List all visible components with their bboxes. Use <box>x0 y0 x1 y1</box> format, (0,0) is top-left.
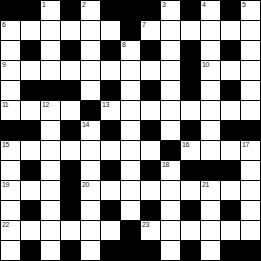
black-cell-r0c7 <box>141 1 160 20</box>
white-cell-r9c12[interactable] <box>241 181 260 200</box>
white-cell-r1c11[interactable] <box>221 21 240 40</box>
black-cell-r2c1 <box>21 41 40 60</box>
white-cell-r3c12[interactable] <box>241 61 260 80</box>
white-cell-r9c9[interactable] <box>181 181 200 200</box>
white-cell-r0c8[interactable]: 3 <box>161 1 180 20</box>
white-cell-r5c11[interactable] <box>221 101 240 120</box>
white-cell-r5c2[interactable]: 12 <box>41 101 60 120</box>
white-cell-r10c4[interactable] <box>81 201 100 220</box>
white-cell-r3c3[interactable] <box>61 61 80 80</box>
clue-number-15: 15 <box>2 141 9 149</box>
white-cell-r7c12[interactable]: 17 <box>241 141 260 160</box>
clue-number-13: 13 <box>102 101 109 109</box>
clue-number-9: 9 <box>2 61 5 69</box>
black-cell-r10c5 <box>101 201 120 220</box>
white-cell-r7c2[interactable] <box>41 141 60 160</box>
white-cell-r3c0[interactable]: 9 <box>1 61 20 80</box>
black-cell-r12c9 <box>181 241 200 260</box>
white-cell-r8c6[interactable] <box>121 161 140 180</box>
black-cell-r6c11 <box>221 121 240 140</box>
black-cell-r12c5 <box>101 241 120 260</box>
white-cell-r7c0[interactable]: 15 <box>1 141 20 160</box>
white-cell-r8c12[interactable] <box>241 161 260 180</box>
white-cell-r6c4[interactable]: 14 <box>81 121 100 140</box>
black-cell-r0c11 <box>221 1 240 20</box>
white-cell-r9c8[interactable] <box>161 181 180 200</box>
white-cell-r4c4[interactable] <box>81 81 100 100</box>
black-cell-r0c1 <box>21 1 40 20</box>
white-cell-r6c6[interactable] <box>121 121 140 140</box>
black-cell-r12c7 <box>141 241 160 260</box>
white-cell-r5c6[interactable] <box>121 101 140 120</box>
white-cell-r12c2[interactable] <box>41 241 60 260</box>
black-cell-r4c11 <box>221 81 240 100</box>
black-cell-r2c9 <box>181 41 200 60</box>
clue-number-3: 3 <box>162 1 165 9</box>
black-cell-r0c5 <box>101 1 120 20</box>
black-cell-r12c6 <box>121 241 140 260</box>
white-cell-r11c4[interactable] <box>81 221 100 240</box>
white-cell-r1c7[interactable]: 7 <box>141 21 160 40</box>
white-cell-r4c6[interactable] <box>121 81 140 100</box>
white-cell-r11c11[interactable] <box>221 221 240 240</box>
clue-number-23: 23 <box>142 221 149 229</box>
white-cell-r4c0[interactable] <box>1 81 20 100</box>
black-cell-r4c7 <box>141 81 160 100</box>
white-cell-r2c8[interactable] <box>161 41 180 60</box>
white-cell-r0c2[interactable]: 1 <box>41 1 60 20</box>
white-cell-r10c2[interactable] <box>41 201 60 220</box>
black-cell-r12c1 <box>21 241 40 260</box>
white-cell-r5c1[interactable] <box>21 101 40 120</box>
white-cell-r11c5[interactable] <box>101 221 120 240</box>
white-cell-r7c6[interactable] <box>121 141 140 160</box>
clue-number-5: 5 <box>242 1 245 9</box>
black-cell-r6c7 <box>141 121 160 140</box>
white-cell-r11c1[interactable] <box>21 221 40 240</box>
black-cell-r3c9 <box>181 61 200 80</box>
black-cell-r8c1 <box>21 161 40 180</box>
white-cell-r5c8[interactable] <box>161 101 180 120</box>
white-cell-r3c10[interactable]: 10 <box>201 61 220 80</box>
white-cell-r9c4[interactable]: 20 <box>81 181 100 200</box>
clue-number-11: 11 <box>2 101 8 109</box>
white-cell-r9c10[interactable]: 21 <box>201 181 220 200</box>
white-cell-r3c5[interactable] <box>101 61 120 80</box>
white-cell-r11c3[interactable] <box>61 221 80 240</box>
black-cell-r4c9 <box>181 81 200 100</box>
black-cell-r4c2 <box>41 81 60 100</box>
white-cell-r5c12[interactable] <box>241 101 260 120</box>
black-cell-r10c9 <box>181 201 200 220</box>
black-cell-r5c4 <box>81 101 100 120</box>
clue-number-22: 22 <box>2 221 9 229</box>
white-cell-r12c10[interactable] <box>201 241 220 260</box>
black-cell-r10c3 <box>61 201 80 220</box>
white-cell-r9c6[interactable] <box>121 181 140 200</box>
white-cell-r11c9[interactable] <box>181 221 200 240</box>
white-cell-r3c6[interactable] <box>121 61 140 80</box>
black-cell-r0c6 <box>121 1 140 20</box>
white-cell-r10c0[interactable] <box>1 201 20 220</box>
white-cell-r3c1[interactable] <box>21 61 40 80</box>
clue-number-6: 6 <box>2 21 5 29</box>
white-cell-r6c10[interactable] <box>201 121 220 140</box>
white-cell-r1c5[interactable] <box>101 21 120 40</box>
black-cell-r2c11 <box>221 41 240 60</box>
white-cell-r7c4[interactable] <box>81 141 100 160</box>
black-cell-r0c3 <box>61 1 80 20</box>
black-cell-r6c3 <box>61 121 80 140</box>
clue-number-16: 16 <box>182 141 189 149</box>
white-cell-r11c2[interactable] <box>41 221 60 240</box>
clue-number-1: 1 <box>42 1 45 9</box>
white-cell-r3c7[interactable] <box>141 61 160 80</box>
black-cell-r7c8 <box>161 141 180 160</box>
black-cell-r8c9 <box>181 161 200 180</box>
white-cell-r11c8[interactable] <box>161 221 180 240</box>
black-cell-r2c3 <box>61 41 80 60</box>
clue-number-20: 20 <box>82 181 89 189</box>
white-cell-r7c5[interactable] <box>101 141 120 160</box>
black-cell-r11c6 <box>121 221 140 240</box>
white-cell-r8c0[interactable] <box>1 161 20 180</box>
white-cell-r2c0[interactable] <box>1 41 20 60</box>
white-cell-r10c10[interactable] <box>201 201 220 220</box>
black-cell-r8c5 <box>101 161 120 180</box>
white-cell-r2c10[interactable] <box>201 41 220 60</box>
white-cell-r11c12[interactable] <box>241 221 260 240</box>
clue-number-10: 10 <box>202 61 209 69</box>
white-cell-r6c8[interactable] <box>161 121 180 140</box>
black-cell-r1c6 <box>121 21 140 40</box>
black-cell-r6c9 <box>181 121 200 140</box>
white-cell-r7c11[interactable] <box>221 141 240 160</box>
white-cell-r5c7[interactable] <box>141 101 160 120</box>
black-cell-r2c7 <box>141 41 160 60</box>
white-cell-r5c0[interactable]: 11 <box>1 101 20 120</box>
white-cell-r1c2[interactable] <box>41 21 60 40</box>
black-cell-r6c0 <box>1 121 20 140</box>
white-cell-r2c2[interactable] <box>41 41 60 60</box>
black-cell-r8c11 <box>221 161 240 180</box>
white-cell-r8c4[interactable] <box>81 161 100 180</box>
black-cell-r6c12 <box>241 121 260 140</box>
white-cell-r2c6[interactable]: 8 <box>121 41 140 60</box>
white-cell-r11c0[interactable]: 22 <box>1 221 20 240</box>
white-cell-r12c4[interactable] <box>81 241 100 260</box>
clue-number-8: 8 <box>122 41 125 49</box>
white-cell-r1c12[interactable] <box>241 21 260 40</box>
clue-number-4: 4 <box>202 1 205 9</box>
white-cell-r10c6[interactable] <box>121 201 140 220</box>
white-cell-r3c8[interactable] <box>161 61 180 80</box>
clue-number-17: 17 <box>242 141 249 149</box>
white-cell-r9c2[interactable] <box>41 181 60 200</box>
white-cell-r1c3[interactable] <box>61 21 80 40</box>
white-cell-r1c1[interactable] <box>21 21 40 40</box>
black-cell-r12c11 <box>221 241 240 260</box>
white-cell-r0c12[interactable]: 5 <box>241 1 260 20</box>
white-cell-r9c1[interactable] <box>21 181 40 200</box>
white-cell-r4c8[interactable] <box>161 81 180 100</box>
white-cell-r2c4[interactable] <box>81 41 100 60</box>
black-cell-r8c3 <box>61 161 80 180</box>
white-cell-r5c10[interactable] <box>201 101 220 120</box>
white-cell-r1c0[interactable]: 6 <box>1 21 20 40</box>
white-cell-r9c0[interactable]: 19 <box>1 181 20 200</box>
white-cell-r8c2[interactable] <box>41 161 60 180</box>
clue-number-7: 7 <box>142 21 145 29</box>
black-cell-r0c9 <box>181 1 200 20</box>
white-cell-r3c2[interactable] <box>41 61 60 80</box>
black-cell-r12c12 <box>241 241 260 260</box>
white-cell-r3c11[interactable] <box>221 61 240 80</box>
clue-number-14: 14 <box>82 121 89 129</box>
black-cell-r2c5 <box>101 41 120 60</box>
clue-number-12: 12 <box>42 101 49 109</box>
white-cell-r9c5[interactable] <box>101 181 120 200</box>
black-cell-r6c5 <box>101 121 120 140</box>
white-cell-r7c10[interactable] <box>201 141 220 160</box>
black-cell-r9c3 <box>61 181 80 200</box>
white-cell-r0c4[interactable]: 2 <box>81 1 100 20</box>
white-cell-r12c8[interactable] <box>161 241 180 260</box>
white-cell-r7c7[interactable] <box>141 141 160 160</box>
clue-number-19: 19 <box>2 181 9 189</box>
black-cell-r8c7 <box>141 161 160 180</box>
white-cell-r9c7[interactable] <box>141 181 160 200</box>
white-cell-r4c12[interactable] <box>241 81 260 100</box>
white-cell-r11c10[interactable] <box>201 221 220 240</box>
white-cell-r5c9[interactable] <box>181 101 200 120</box>
clue-number-21: 21 <box>202 181 209 189</box>
white-cell-r9c11[interactable] <box>221 181 240 200</box>
black-cell-r4c1 <box>21 81 40 100</box>
black-cell-r10c7 <box>141 201 160 220</box>
white-cell-r8c8[interactable]: 18 <box>161 161 180 180</box>
crossword-board: 1234567891011121314151617181920212223 <box>0 0 261 261</box>
black-cell-r8c10 <box>201 161 220 180</box>
white-cell-r5c3[interactable] <box>61 101 80 120</box>
white-cell-r5c5[interactable]: 13 <box>101 101 120 120</box>
clue-number-18: 18 <box>162 161 169 169</box>
white-cell-r7c9[interactable]: 16 <box>181 141 200 160</box>
clue-number-2: 2 <box>82 1 85 9</box>
black-cell-r10c11 <box>221 201 240 220</box>
black-cell-r6c1 <box>21 121 40 140</box>
white-cell-r4c10[interactable] <box>201 81 220 100</box>
white-cell-r11c7[interactable]: 23 <box>141 221 160 240</box>
white-cell-r6c2[interactable] <box>41 121 60 140</box>
white-cell-r10c8[interactable] <box>161 201 180 220</box>
black-cell-r4c3 <box>61 81 80 100</box>
white-cell-r10c12[interactable] <box>241 201 260 220</box>
white-cell-r1c4[interactable] <box>81 21 100 40</box>
white-cell-r7c1[interactable] <box>21 141 40 160</box>
black-cell-r4c5 <box>101 81 120 100</box>
white-cell-r3c4[interactable] <box>81 61 100 80</box>
black-cell-r12c3 <box>61 241 80 260</box>
white-cell-r1c8[interactable] <box>161 21 180 40</box>
white-cell-r12c0[interactable] <box>1 241 20 260</box>
white-cell-r7c3[interactable] <box>61 141 80 160</box>
white-cell-r0c10[interactable]: 4 <box>201 1 220 20</box>
white-cell-r1c10[interactable] <box>201 21 220 40</box>
white-cell-r1c9[interactable] <box>181 21 200 40</box>
black-cell-r0c0 <box>1 1 20 20</box>
black-cell-r10c1 <box>21 201 40 220</box>
white-cell-r2c12[interactable] <box>241 41 260 60</box>
